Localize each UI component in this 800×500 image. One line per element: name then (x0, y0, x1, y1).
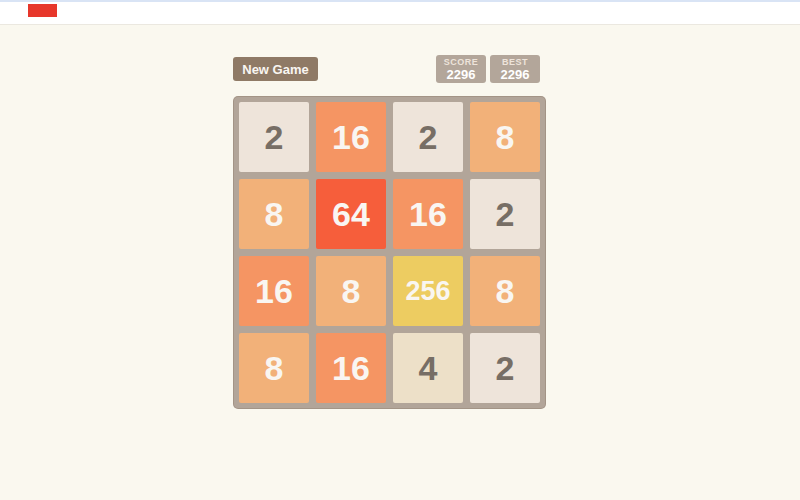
tile-r1c3-2: 2 (393, 102, 463, 172)
tile-r2c3-16: 16 (393, 179, 463, 249)
best-box: BEST 2296 (490, 55, 540, 83)
tile-r3c4-8: 8 (470, 256, 540, 326)
tile-r2c4-2: 2 (470, 179, 540, 249)
tile-r4c4-2: 2 (470, 333, 540, 403)
best-label: BEST (502, 57, 528, 68)
score-box: SCORE 2296 (436, 55, 486, 83)
tile-r3c2-8: 8 (316, 256, 386, 326)
tile-r4c1-8: 8 (239, 333, 309, 403)
tile-r4c2-16: 16 (316, 333, 386, 403)
tile-r1c2-16: 16 (316, 102, 386, 172)
score-label: SCORE (444, 57, 479, 68)
tile-r2c2-64: 64 (316, 179, 386, 249)
tile-r1c4-8: 8 (470, 102, 540, 172)
action-marker (28, 4, 57, 17)
browser-top-strip (0, 0, 800, 25)
score-value: 2296 (447, 68, 476, 82)
tile-r3c1-16: 16 (239, 256, 309, 326)
game-board: 21628864162168256881642 (233, 96, 546, 409)
best-value: 2296 (501, 68, 530, 82)
new-game-button[interactable]: New Game (233, 57, 318, 81)
tile-r4c3-4: 4 (393, 333, 463, 403)
tile-r2c1-8: 8 (239, 179, 309, 249)
tile-r1c1-2: 2 (239, 102, 309, 172)
tile-r3c3-256: 256 (393, 256, 463, 326)
